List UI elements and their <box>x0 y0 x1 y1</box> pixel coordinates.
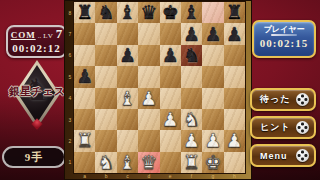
file-label-h: h <box>224 172 245 180</box>
piece-white-rook: ♜ <box>76 130 93 151</box>
square-a6[interactable] <box>74 45 95 66</box>
square-g4[interactable] <box>202 88 223 109</box>
piece-white-knight: ♞ <box>98 152 115 173</box>
controller-buttons-icon <box>296 149 309 162</box>
square-h8[interactable]: ♜ <box>224 2 245 23</box>
piece-black-pawn: ♟ <box>162 45 179 66</box>
chess-board-frame: 87654321 ♜♞♝♛♚♝♜♟♟♟♟♟♞♟♝♟♟♞♜♟♟♟♞♝♛♜♚ abc… <box>64 0 252 180</box>
rank-label-8: 8 <box>66 2 74 23</box>
square-e4[interactable] <box>160 88 181 109</box>
square-e7[interactable] <box>160 23 181 44</box>
undo-button[interactable]: 待った <box>250 88 316 111</box>
square-a3[interactable] <box>74 109 95 130</box>
file-label-c: c <box>117 172 138 180</box>
square-b3[interactable] <box>95 109 116 130</box>
piece-black-bishop: ♝ <box>119 2 136 23</box>
square-f6[interactable]: ♞ <box>181 45 202 66</box>
square-e2[interactable] <box>160 130 181 151</box>
piece-black-bishop: ♝ <box>183 2 200 23</box>
square-b5[interactable] <box>95 66 116 87</box>
square-e8[interactable]: ♚ <box>160 2 181 23</box>
square-d5[interactable] <box>138 66 159 87</box>
square-d6[interactable] <box>138 45 159 66</box>
square-b6[interactable] <box>95 45 116 66</box>
square-a5[interactable]: ♟ <box>74 66 95 87</box>
square-g8[interactable] <box>202 2 223 23</box>
square-c6[interactable]: ♟ <box>117 45 138 66</box>
square-b4[interactable] <box>95 88 116 109</box>
square-c1[interactable]: ♝ <box>117 152 138 173</box>
square-c5[interactable] <box>117 66 138 87</box>
square-f7[interactable]: ♟ <box>181 23 202 44</box>
square-b7[interactable] <box>95 23 116 44</box>
player-name-underline <box>271 34 297 36</box>
square-a2[interactable]: ♜ <box>74 130 95 151</box>
rank-label-4: 4 <box>66 88 74 109</box>
square-b2[interactable] <box>95 130 116 151</box>
square-e6[interactable]: ♟ <box>160 45 181 66</box>
piece-white-pawn: ♟ <box>226 130 243 151</box>
piece-black-pawn: ♟ <box>226 24 243 45</box>
file-label-d: d <box>138 172 159 180</box>
piece-white-pawn: ♟ <box>162 109 179 130</box>
piece-black-rook: ♜ <box>76 2 93 23</box>
square-a1[interactable] <box>74 152 95 173</box>
hint-button[interactable]: ヒント <box>250 116 316 139</box>
undo-button-label: 待った <box>260 93 290 106</box>
game-screen: COM.. LV7 00:02:12 ♞ 銀星チェス 9手 87654321 ♜… <box>0 0 320 180</box>
board-squares: ♜♞♝♛♚♝♜♟♟♟♟♟♞♟♝♟♟♞♜♟♟♟♞♝♛♜♚ <box>74 2 245 173</box>
controller-buttons-icon <box>296 121 309 134</box>
square-b1[interactable]: ♞ <box>95 152 116 173</box>
rank-label-5: 5 <box>66 66 74 87</box>
piece-black-king: ♚ <box>162 2 179 23</box>
controller-buttons-icon <box>296 93 309 106</box>
file-label-a: a <box>74 172 95 180</box>
piece-white-bishop: ♝ <box>119 88 136 109</box>
file-label-e: e <box>160 172 181 180</box>
hint-button-label: ヒント <box>260 121 291 134</box>
square-a7[interactable] <box>74 23 95 44</box>
logo-title: 銀星チェス <box>8 84 66 99</box>
menu-button[interactable]: Menu <box>250 144 316 167</box>
piece-white-bishop: ♝ <box>119 152 136 173</box>
square-d2[interactable] <box>138 130 159 151</box>
square-c2[interactable] <box>117 130 138 151</box>
square-e3[interactable]: ♟ <box>160 109 181 130</box>
square-c8[interactable]: ♝ <box>117 2 138 23</box>
piece-black-pawn: ♟ <box>204 24 221 45</box>
com-clock: 00:02:12 <box>8 42 65 54</box>
piece-white-pawn: ♟ <box>204 130 221 151</box>
rank-label-1: 1 <box>66 152 74 173</box>
square-h2[interactable]: ♟ <box>224 130 245 151</box>
square-f2[interactable]: ♟ <box>181 130 202 151</box>
square-f1[interactable]: ♜ <box>181 152 202 173</box>
square-e1[interactable] <box>160 152 181 173</box>
com-name: COM <box>11 30 36 41</box>
piece-white-rook: ♜ <box>183 152 200 173</box>
piece-black-knight: ♞ <box>183 45 200 66</box>
square-f8[interactable]: ♝ <box>181 2 202 23</box>
square-c7[interactable] <box>117 23 138 44</box>
menu-button-label: Menu <box>260 151 288 161</box>
player-name: プレイヤー <box>254 25 314 34</box>
square-g3[interactable] <box>202 109 223 130</box>
square-f4[interactable] <box>181 88 202 109</box>
piece-black-pawn: ♟ <box>119 45 136 66</box>
square-f3[interactable]: ♞ <box>181 109 202 130</box>
file-coordinates: abcdefgh <box>74 172 245 180</box>
player-clock: 00:02:15 <box>254 37 314 49</box>
com-level-label: LV <box>43 31 54 42</box>
square-e5[interactable] <box>160 66 181 87</box>
piece-black-pawn: ♟ <box>183 24 200 45</box>
square-c4[interactable]: ♝ <box>117 88 138 109</box>
piece-black-knight: ♞ <box>98 2 115 23</box>
file-label-g: g <box>202 172 223 180</box>
square-c3[interactable] <box>117 109 138 130</box>
square-h7[interactable]: ♟ <box>224 23 245 44</box>
rank-label-6: 6 <box>66 45 74 66</box>
square-d4[interactable]: ♟ <box>138 88 159 109</box>
square-f5[interactable] <box>181 66 202 87</box>
piece-black-rook: ♜ <box>226 2 243 23</box>
piece-white-knight: ♞ <box>183 109 200 130</box>
com-level-value: 7 <box>56 29 63 39</box>
square-g5[interactable] <box>202 66 223 87</box>
piece-white-pawn: ♟ <box>140 88 157 109</box>
square-h1[interactable] <box>224 152 245 173</box>
piece-black-queen: ♛ <box>140 2 157 23</box>
square-h5[interactable] <box>224 66 245 87</box>
rank-label-3: 3 <box>66 109 74 130</box>
rank-label-2: 2 <box>66 130 74 151</box>
file-label-b: b <box>95 172 116 180</box>
piece-black-pawn: ♟ <box>76 66 93 87</box>
square-g6[interactable] <box>202 45 223 66</box>
player-info-panel: プレイヤー 00:02:15 <box>252 20 316 58</box>
move-counter: 9手 <box>2 146 66 168</box>
rank-coordinates: 87654321 <box>66 2 74 173</box>
piece-white-queen: ♛ <box>140 152 157 173</box>
square-d3[interactable] <box>138 109 159 130</box>
com-dots: .. <box>38 31 42 42</box>
square-g1[interactable]: ♚ <box>202 152 223 173</box>
square-d8[interactable]: ♛ <box>138 2 159 23</box>
square-h6[interactable] <box>224 45 245 66</box>
square-d1[interactable]: ♛ <box>138 152 159 173</box>
square-b8[interactable]: ♞ <box>95 2 116 23</box>
square-d7[interactable] <box>138 23 159 44</box>
square-h3[interactable] <box>224 109 245 130</box>
piece-white-king: ♚ <box>204 152 221 173</box>
app-logo: ♞ 銀星チェス <box>8 58 66 134</box>
square-g7[interactable]: ♟ <box>202 23 223 44</box>
square-g2[interactable]: ♟ <box>202 130 223 151</box>
piece-white-pawn: ♟ <box>183 130 200 151</box>
rank-label-7: 7 <box>66 23 74 44</box>
move-counter-label: 9手 <box>25 150 44 165</box>
square-h4[interactable] <box>224 88 245 109</box>
square-a8[interactable]: ♜ <box>74 2 95 23</box>
square-a4[interactable] <box>74 88 95 109</box>
com-info-panel: COM.. LV7 00:02:12 <box>6 25 67 58</box>
file-label-f: f <box>181 172 202 180</box>
